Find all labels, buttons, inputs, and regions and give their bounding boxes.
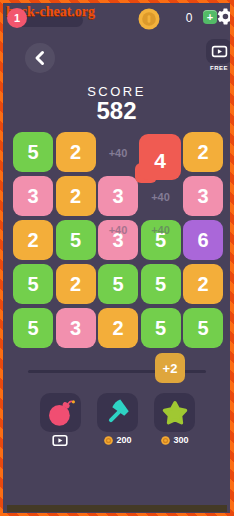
hammer-powerup-button[interactable] [97,393,138,432]
star-cost: 300 [147,434,203,446]
tile-2[interactable]: 2 [56,264,96,304]
tile-3[interactable]: 3 [183,176,223,216]
star-cost-value: 300 [173,435,188,445]
tile-3[interactable]: 3 [98,176,138,216]
tile-5[interactable]: 5 [13,264,53,304]
bomb-ad-video-icon[interactable] [52,434,68,447]
coin-icon-small [161,436,170,445]
notification-badge[interactable]: 1 [7,8,27,28]
star-powerup-button[interactable] [154,393,195,432]
hammer-cost: 200 [90,434,146,446]
score-float: +40 [141,191,181,203]
score-float: +40 [141,224,181,236]
game-screen: 1 hack-cheat.org 0 + FREE SCORE 582 [3,3,230,513]
bottom-ad-bar [7,505,227,512]
tile-2[interactable]: 2 [183,264,223,304]
tile-3[interactable]: 3 [13,176,53,216]
tile-2[interactable]: 2 [183,132,223,172]
tile-5[interactable]: 5 [13,132,53,172]
bomb-powerup-button[interactable] [40,393,81,432]
tile-2[interactable]: 2 [56,176,96,216]
merging-tile[interactable]: 4 [139,134,181,180]
tile-5[interactable]: 5 [183,308,223,348]
tile-5[interactable]: 5 [56,220,96,260]
hammer-cost-value: 200 [116,435,131,445]
tile-2[interactable]: 2 [13,220,53,260]
star-icon [159,397,191,429]
hammer-icon [102,397,134,429]
app-screen: 1 hack-cheat.org 0 + FREE SCORE 582 [0,0,234,516]
tile-2[interactable]: 2 [98,308,138,348]
bomb-icon [45,397,77,429]
tile-6[interactable]: 6 [183,220,223,260]
tile-2[interactable]: 2 [56,132,96,172]
tile-5[interactable]: 5 [141,308,181,348]
tile-3[interactable]: 3 [56,308,96,348]
coin-icon-small [104,436,113,445]
score-float: +40 [98,147,138,159]
tile-5[interactable]: 5 [13,308,53,348]
tile-5[interactable]: 5 [98,264,138,304]
next-tile[interactable]: +2 [155,353,185,383]
score-float: +40 [98,224,138,236]
tile-5[interactable]: 5 [141,264,181,304]
